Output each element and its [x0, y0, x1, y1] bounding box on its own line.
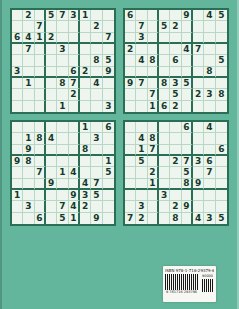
- sudoku-cell-r3c4: 2: [46, 33, 57, 44]
- sudoku-cell-r8c4: [46, 201, 57, 212]
- sudoku-cell-r4c3: [148, 44, 159, 55]
- ean-digits: 9 781716 293796: [165, 290, 198, 295]
- sudoku-cell-r1c6: [69, 122, 80, 133]
- sudoku-cell-r6c4: 9: [46, 179, 57, 190]
- sudoku-cell-r2c8: 2: [91, 21, 102, 32]
- sudoku-cell-r3c6: [182, 33, 193, 44]
- sudoku-cell-r7c4: 3: [159, 190, 170, 201]
- sudoku-cell-r7c7: 3: [80, 190, 91, 201]
- sudoku-cell-r1c2: [136, 122, 147, 133]
- ean-barcode: [165, 274, 198, 290]
- sudoku-cell-r4c6: 4: [182, 44, 193, 55]
- sudoku-cell-r4c8: [91, 44, 102, 55]
- sudoku-cell-r3c3: [35, 145, 46, 156]
- sudoku-cell-r9c9: [216, 101, 227, 112]
- sudoku-cell-r8c6: 4: [69, 201, 80, 212]
- sudoku-cell-r9c2: [23, 213, 34, 224]
- cover-right-edge-highlight: [237, 0, 239, 309]
- sudoku-cell-r5c6: 4: [69, 167, 80, 178]
- sudoku-cell-r7c4: [46, 190, 57, 201]
- sudoku-cell-r5c2: [136, 167, 147, 178]
- sudoku-cell-r6c2: [23, 179, 34, 190]
- sudoku-cell-r9c7: [80, 101, 91, 112]
- sudoku-cell-r5c7: [80, 55, 91, 66]
- sudoku-cell-r9c2: [23, 101, 34, 112]
- sudoku-cell-r7c6: [182, 190, 193, 201]
- sudoku-cell-r3c9: [103, 145, 114, 156]
- cover-left-edge-shadow: [0, 0, 2, 309]
- sudoku-cell-r3c5: [170, 33, 181, 44]
- sudoku-board-top-left: 257317264127738536291874213: [10, 8, 116, 114]
- sudoku-cell-r5c1: [12, 167, 23, 178]
- sudoku-cell-r8c1: [125, 89, 136, 100]
- sudoku-cell-r8c9: [103, 89, 114, 100]
- addon-barcode: [202, 279, 214, 292]
- sudoku-cell-r2c1: [12, 21, 23, 32]
- sudoku-board-top-right: 69457523247486589783575238162: [123, 8, 229, 114]
- sudoku-cell-r5c8: 8: [91, 55, 102, 66]
- sudoku-cell-r6c8: 7: [91, 179, 102, 190]
- sudoku-cell-r8c4: [159, 201, 170, 212]
- sudoku-cell-r7c5: 3: [170, 78, 181, 89]
- sudoku-cell-r8c9: [103, 201, 114, 212]
- sudoku-cell-r6c7: 2: [80, 67, 91, 78]
- sudoku-cell-r7c8: 4: [91, 78, 102, 89]
- sudoku-cell-r2c9: [216, 133, 227, 144]
- sudoku-cell-r5c9: 5: [103, 55, 114, 66]
- sudoku-cell-r9c7: [80, 213, 91, 224]
- sudoku-cell-r1c4: [46, 122, 57, 133]
- sudoku-cell-r9c8: [204, 101, 215, 112]
- sudoku-cell-r4c7: 3: [193, 156, 204, 167]
- sudoku-cell-r9c7: [193, 101, 204, 112]
- sudoku-cell-r2c7: [193, 133, 204, 144]
- sudoku-cell-r5c6: 5: [182, 167, 193, 178]
- sudoku-cell-r4c4: [46, 44, 57, 55]
- sudoku-cell-r6c3: [35, 67, 46, 78]
- isbn-text: ISBN 978-1-716-29379-6: [165, 268, 214, 273]
- sudoku-cell-r5c7: [193, 167, 204, 178]
- sudoku-cell-r6c1: [125, 179, 136, 190]
- sudoku-cell-r1c9: 6: [103, 122, 114, 133]
- sudoku-cell-r9c8: [91, 101, 102, 112]
- sudoku-cell-r6c8: [91, 67, 102, 78]
- sudoku-cell-r2c7: [80, 133, 91, 144]
- sudoku-cell-r1c3: [35, 10, 46, 21]
- sudoku-cell-r9c3: 1: [148, 101, 159, 112]
- sudoku-cell-r6c4: [46, 67, 57, 78]
- sudoku-cell-r1c2: 2: [23, 10, 34, 21]
- sudoku-cell-r8c6: 9: [182, 201, 193, 212]
- sudoku-cell-r9c4: [159, 213, 170, 224]
- sudoku-cell-r3c9: 7: [103, 33, 114, 44]
- sudoku-cell-r4c7: [80, 156, 91, 167]
- sudoku-cell-r2c7: [80, 21, 91, 32]
- sudoku-cell-r2c2: [23, 21, 34, 32]
- sudoku-cell-r3c5: [57, 145, 68, 156]
- sudoku-cell-r2c6: [182, 21, 193, 32]
- sudoku-cell-r7c7: [80, 78, 91, 89]
- sudoku-cell-r1c8: [91, 122, 102, 133]
- sudoku-cell-r2c3: 7: [35, 21, 46, 32]
- sudoku-cell-r2c4: [46, 21, 57, 32]
- sudoku-cell-r2c3: 8: [35, 133, 46, 144]
- sudoku-cell-r9c1: 7: [125, 213, 136, 224]
- sudoku-cell-r5c4: [46, 167, 57, 178]
- sudoku-cell-r4c4: [159, 156, 170, 167]
- sudoku-cell-r3c7: [193, 33, 204, 44]
- sudoku-cell-r4c4: [159, 44, 170, 55]
- sudoku-cell-r1c3: [148, 10, 159, 21]
- sudoku-cell-r7c6: 7: [69, 78, 80, 89]
- sudoku-cell-r5c8: [91, 167, 102, 178]
- sudoku-cell-r5c9: [216, 167, 227, 178]
- sudoku-cell-r8c8: [204, 201, 215, 212]
- sudoku-cell-r5c2: [23, 55, 34, 66]
- sudoku-cell-r2c5: 2: [170, 21, 181, 32]
- sudoku-cell-r1c9: [216, 122, 227, 133]
- sudoku-cell-r9c5: 1: [57, 101, 68, 112]
- sudoku-cell-r5c5: 1: [57, 167, 68, 178]
- sudoku-cell-r3c1: [12, 145, 23, 156]
- sudoku-cell-r3c7: [193, 145, 204, 156]
- sudoku-cell-r9c9: 5: [216, 213, 227, 224]
- sudoku-cell-r3c4: [159, 145, 170, 156]
- sudoku-cell-r1c7: 1: [80, 122, 91, 133]
- sudoku-cell-r4c9: [103, 44, 114, 55]
- sudoku-cell-r2c2: 4: [136, 133, 147, 144]
- sudoku-cell-r5c7: [80, 167, 91, 178]
- sudoku-cell-r2c9: [103, 21, 114, 32]
- sudoku-cell-r6c4: [159, 67, 170, 78]
- sudoku-cell-r2c4: [159, 133, 170, 144]
- sudoku-cell-r9c6: [182, 101, 193, 112]
- sudoku-cell-r9c8: 9: [91, 213, 102, 224]
- sudoku-cell-r6c3: 1: [148, 179, 159, 190]
- sudoku-cell-r1c2: [136, 10, 147, 21]
- sudoku-cell-r4c8: 6: [204, 156, 215, 167]
- sudoku-cell-r7c9: [216, 78, 227, 89]
- sudoku-cell-r4c1: [12, 44, 23, 55]
- sudoku-cell-r3c1: [125, 145, 136, 156]
- sudoku-cell-r4c9: [216, 156, 227, 167]
- sudoku-cell-r6c8: [204, 179, 215, 190]
- sudoku-cell-r1c5: [170, 10, 181, 21]
- sudoku-cell-r6c9: [216, 67, 227, 78]
- isbn-barcode-label: ISBN 978-1-716-29379-6 9 781716 293796 9…: [163, 266, 216, 302]
- sudoku-cell-r8c2: [136, 89, 147, 100]
- sudoku-cell-r1c5: [170, 122, 181, 133]
- sudoku-cell-r8c8: [91, 201, 102, 212]
- sudoku-cell-r2c1: [125, 21, 136, 32]
- sudoku-cell-r8c2: [23, 89, 34, 100]
- sudoku-cell-r4c7: [80, 44, 91, 55]
- sudoku-cell-r5c5: 6: [170, 55, 181, 66]
- sudoku-cell-r9c8: 3: [204, 213, 215, 224]
- sudoku-cell-r3c8: [204, 33, 215, 44]
- sudoku-cell-r9c1: [12, 101, 23, 112]
- sudoku-cell-r1c1: [12, 122, 23, 133]
- sudoku-cell-r4c5: [57, 156, 68, 167]
- sudoku-cell-r6c9: [103, 179, 114, 190]
- sudoku-cell-r7c2: [23, 190, 34, 201]
- sudoku-cell-r1c4: 5: [46, 10, 57, 21]
- sudoku-cell-r7c8: [204, 78, 215, 89]
- sudoku-cell-r9c9: [103, 213, 114, 224]
- sudoku-cell-r2c6: [69, 133, 80, 144]
- sudoku-cell-r6c6: [69, 179, 80, 190]
- sudoku-cell-r3c9: 6: [216, 145, 227, 156]
- sudoku-cell-r9c4: 6: [159, 101, 170, 112]
- sudoku-cell-r5c1: [12, 55, 23, 66]
- sudoku-cell-r6c6: 6: [69, 67, 80, 78]
- sudoku-cell-r2c2: 7: [136, 21, 147, 32]
- sudoku-board-bottom-right: 6448176527362571893329728435: [123, 120, 229, 226]
- sudoku-cell-r2c6: [69, 21, 80, 32]
- sudoku-cell-r6c1: [12, 179, 23, 190]
- sudoku-cell-r7c7: [193, 78, 204, 89]
- sudoku-cell-r7c4: [46, 78, 57, 89]
- sudoku-cell-r9c5: 5: [57, 213, 68, 224]
- sudoku-cell-r1c6: 6: [182, 122, 193, 133]
- sudoku-cell-r7c5: [57, 190, 68, 201]
- sudoku-cell-r3c1: 6: [12, 33, 23, 44]
- sudoku-cell-r5c3: 8: [148, 55, 159, 66]
- sudoku-cell-r9c4: [46, 213, 57, 224]
- sudoku-cell-r5c5: [170, 167, 181, 178]
- sudoku-cell-r3c2: 3: [136, 33, 147, 44]
- sudoku-cell-r4c6: [69, 156, 80, 167]
- sudoku-cell-r3c5: [170, 145, 181, 156]
- sudoku-cell-r1c6: 3: [69, 10, 80, 21]
- sudoku-cell-r1c4: [159, 10, 170, 21]
- sudoku-cell-r6c4: [159, 179, 170, 190]
- sudoku-cell-r2c1: [12, 133, 23, 144]
- sudoku-cell-r2c3: [148, 21, 159, 32]
- sudoku-cell-r4c7: 7: [193, 44, 204, 55]
- sudoku-cell-r3c3: [148, 33, 159, 44]
- sudoku-cell-r8c7: 2: [80, 201, 91, 212]
- sudoku-cell-r7c8: [204, 190, 215, 201]
- sudoku-cell-r3c5: [57, 33, 68, 44]
- sudoku-cell-r2c7: [193, 21, 204, 32]
- sudoku-cell-r8c7: [193, 201, 204, 212]
- sudoku-cell-r9c3: [148, 213, 159, 224]
- sudoku-cell-r4c3: [148, 156, 159, 167]
- sudoku-board-bottom-left: 161843989817145947193537426519: [10, 120, 116, 226]
- sudoku-cell-r8c5: 7: [57, 201, 68, 212]
- sudoku-cell-r8c6: [182, 89, 193, 100]
- sudoku-cell-r2c4: 5: [159, 21, 170, 32]
- sudoku-cell-r7c9: [103, 78, 114, 89]
- sudoku-cell-r3c4: [46, 145, 57, 156]
- sudoku-cell-r3c9: [216, 33, 227, 44]
- sudoku-cell-r3c6: [69, 33, 80, 44]
- sudoku-cell-r2c2: 1: [23, 133, 34, 144]
- sudoku-cell-r5c8: 7: [204, 167, 215, 178]
- sudoku-cell-r6c3: [148, 67, 159, 78]
- sudoku-cell-r4c3: [35, 156, 46, 167]
- sudoku-cell-r7c3: [148, 78, 159, 89]
- sudoku-cell-r8c8: [91, 89, 102, 100]
- sudoku-cell-r9c6: [69, 101, 80, 112]
- sudoku-cell-r9c2: [136, 101, 147, 112]
- sudoku-cell-r6c5: [57, 179, 68, 190]
- sudoku-cell-r6c9: 9: [103, 67, 114, 78]
- sudoku-cell-r8c9: 8: [216, 89, 227, 100]
- sudoku-cell-r7c3: [148, 190, 159, 201]
- sudoku-cell-r4c5: [170, 44, 181, 55]
- sudoku-cell-r7c5: 8: [57, 78, 68, 89]
- sudoku-cell-r5c1: [125, 55, 136, 66]
- sudoku-cell-r7c6: 9: [69, 190, 80, 201]
- sudoku-cell-r7c2: 1: [23, 78, 34, 89]
- sudoku-cell-r4c3: [35, 44, 46, 55]
- sudoku-cell-r2c5: [57, 133, 68, 144]
- sudoku-cell-r2c5: [170, 133, 181, 144]
- sudoku-cell-r1c3: [35, 122, 46, 133]
- sudoku-cell-r1c5: [57, 122, 68, 133]
- sudoku-cell-r9c1: [12, 213, 23, 224]
- sudoku-cell-r4c4: [46, 156, 57, 167]
- sudoku-cell-r6c8: 8: [204, 67, 215, 78]
- sudoku-cell-r5c1: [125, 167, 136, 178]
- sudoku-cell-r7c3: [35, 78, 46, 89]
- sudoku-cell-r4c6: [69, 44, 80, 55]
- sudoku-cell-r8c2: 3: [23, 201, 34, 212]
- sudoku-cell-r1c1: 6: [125, 10, 136, 21]
- sudoku-cell-r9c5: 2: [170, 101, 181, 112]
- sudoku-cell-r8c5: [57, 89, 68, 100]
- sudoku-cell-r1c9: 5: [216, 10, 227, 21]
- sudoku-cell-r7c1: 1: [12, 190, 23, 201]
- sudoku-cell-r3c1: [125, 33, 136, 44]
- sudoku-cell-r4c2: 8: [23, 156, 34, 167]
- sudoku-cell-r7c2: [136, 190, 147, 201]
- sudoku-cell-r7c7: [193, 190, 204, 201]
- sudoku-cell-r9c3: 6: [35, 213, 46, 224]
- sudoku-cell-r9c9: 3: [103, 101, 114, 112]
- sudoku-cell-r3c2: 9: [23, 145, 34, 156]
- sudoku-cell-r5c8: [204, 55, 215, 66]
- sudoku-cell-r6c3: [35, 179, 46, 190]
- sudoku-cell-r6c7: 4: [80, 179, 91, 190]
- sudoku-cell-r3c3: 7: [148, 145, 159, 156]
- sudoku-cell-r6c6: [182, 67, 193, 78]
- sudoku-cell-r1c9: [103, 10, 114, 21]
- sudoku-cell-r7c9: [216, 190, 227, 201]
- sudoku-cell-r6c5: [170, 67, 181, 78]
- sudoku-cell-r9c2: 2: [136, 213, 147, 224]
- sudoku-cell-r4c2: 5: [136, 156, 147, 167]
- sudoku-cell-r9c6: [182, 213, 193, 224]
- sudoku-cell-r6c1: [125, 67, 136, 78]
- sudoku-cell-r8c2: 3: [136, 201, 147, 212]
- sudoku-cell-r3c2: 1: [136, 145, 147, 156]
- sudoku-cell-r7c5: [170, 190, 181, 201]
- sudoku-cell-r5c6: [69, 55, 80, 66]
- sudoku-cell-r5c3: 7: [35, 167, 46, 178]
- sudoku-cell-r8c5: 2: [170, 201, 181, 212]
- sudoku-cell-r6c7: 9: [193, 179, 204, 190]
- sudoku-cell-r1c8: 4: [204, 122, 215, 133]
- sudoku-cell-r1c8: [91, 10, 102, 21]
- sudoku-cell-r7c4: 8: [159, 78, 170, 89]
- sudoku-cell-r2c3: 8: [148, 133, 159, 144]
- sudoku-cell-r8c7: [80, 89, 91, 100]
- sudoku-cell-r8c1: [125, 201, 136, 212]
- sudoku-cell-r6c2: [136, 67, 147, 78]
- sudoku-cell-r7c9: [103, 190, 114, 201]
- sudoku-cell-r4c6: 7: [182, 156, 193, 167]
- sudoku-cell-r1c8: 4: [204, 10, 215, 21]
- sudoku-cell-r6c6: 8: [182, 179, 193, 190]
- sudoku-cell-r5c2: 4: [136, 55, 147, 66]
- sudoku-cell-r4c1: 2: [125, 44, 136, 55]
- sudoku-cell-r8c3: [148, 201, 159, 212]
- sudoku-cell-r6c9: [216, 179, 227, 190]
- sudoku-cell-r8c9: [216, 201, 227, 212]
- sudoku-cell-r7c2: 7: [136, 78, 147, 89]
- book-back-cover: { "game": "sudoku", "page": { "backgroun…: [0, 0, 239, 309]
- sudoku-cell-r2c1: [125, 133, 136, 144]
- sudoku-cell-r5c4: [46, 55, 57, 66]
- sudoku-cell-r3c6: [182, 145, 193, 156]
- sudoku-cell-r4c5: 3: [57, 44, 68, 55]
- sudoku-cell-r4c2: [136, 44, 147, 55]
- sudoku-cell-r8c4: [46, 89, 57, 100]
- sudoku-cell-r4c5: 2: [170, 156, 181, 167]
- sudoku-cell-r9c1: [125, 101, 136, 112]
- sudoku-cell-r6c2: [23, 67, 34, 78]
- sudoku-cell-r7c8: 5: [91, 190, 102, 201]
- sudoku-cell-r3c8: [91, 33, 102, 44]
- sudoku-cell-r3c8: [91, 145, 102, 156]
- sudoku-cell-r8c1: [12, 201, 23, 212]
- sudoku-cell-r7c1: [12, 78, 23, 89]
- sudoku-cell-r6c5: [170, 179, 181, 190]
- sudoku-cell-r8c3: [35, 201, 46, 212]
- sudoku-cell-r6c7: [193, 67, 204, 78]
- sudoku-cell-r7c3: [35, 190, 46, 201]
- sudoku-cell-r3c4: [159, 33, 170, 44]
- sudoku-cell-r6c2: [136, 179, 147, 190]
- sudoku-cell-r6c5: [57, 67, 68, 78]
- sudoku-cell-r4c2: 7: [23, 44, 34, 55]
- sudoku-cell-r4c1: 9: [12, 156, 23, 167]
- sudoku-cell-r1c7: 1: [80, 10, 91, 21]
- sudoku-cell-r3c8: [204, 145, 215, 156]
- sudoku-cell-r7c1: 9: [125, 78, 136, 89]
- sudoku-cell-r3c7: [80, 33, 91, 44]
- sudoku-cell-r1c1: [125, 122, 136, 133]
- sudoku-cell-r5c3: 2: [148, 167, 159, 178]
- sudoku-cell-r5c4: [159, 55, 170, 66]
- sudoku-cell-r4c1: [125, 156, 136, 167]
- sudoku-cell-r4c9: 1: [103, 156, 114, 167]
- sudoku-cell-r4c8: [204, 44, 215, 55]
- sudoku-cell-r2c9: [103, 133, 114, 144]
- sudoku-cell-r3c6: [69, 145, 80, 156]
- sudoku-cell-r7c1: [125, 190, 136, 201]
- sudoku-cell-r8c6: 2: [69, 89, 80, 100]
- sudoku-cell-r3c7: 8: [80, 145, 91, 156]
- sudoku-cell-r9c4: [46, 101, 57, 112]
- sudoku-cell-r8c3: [35, 89, 46, 100]
- sudoku-cell-r7c6: 5: [182, 78, 193, 89]
- sudoku-cell-r2c5: [57, 21, 68, 32]
- sudoku-cell-r1c5: 7: [57, 10, 68, 21]
